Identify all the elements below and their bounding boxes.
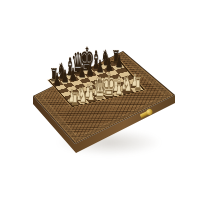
pieces-layer: ♜♞♝♛♚♝♞♜♟♟♟♟♟♟♟♟♟♟♟♟♟♟♟♟♜♞♝♛♚♝♞♜ <box>0 0 200 200</box>
piece-black-pawn: ♟ <box>53 70 61 87</box>
piece-white-rook: ♜ <box>134 75 142 93</box>
piece-white-knight: ♞ <box>78 85 88 106</box>
piece-white-knight: ♞ <box>123 74 133 95</box>
piece-black-pawn: ♟ <box>69 65 77 82</box>
piece-black-pawn: ♟ <box>78 63 86 80</box>
piece-white-rook: ♜ <box>70 90 78 108</box>
scene: ♜♞♝♛♚♝♞♜♟♟♟♟♟♟♟♟♟♟♟♟♟♟♟♟♜♞♝♛♚♝♞♜ <box>0 0 200 200</box>
piece-black-pawn: ♟ <box>61 68 69 85</box>
